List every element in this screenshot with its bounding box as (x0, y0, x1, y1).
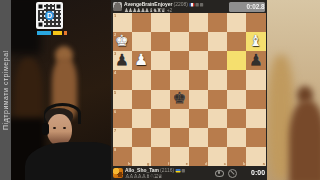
qr-finder-icon (37, 21, 44, 28)
white-bishop-a2[interactable]: ♝ (246, 32, 265, 51)
caption-orange-bar (64, 31, 67, 35)
square-f7[interactable] (151, 128, 170, 147)
file-label-c: c (224, 162, 226, 166)
square-g1[interactable] (132, 13, 151, 32)
square-b5[interactable] (227, 90, 246, 109)
square-d6[interactable] (189, 109, 208, 128)
square-g2[interactable] (132, 32, 151, 51)
france-flag-icon (190, 3, 195, 6)
rank-label-1: 1 (114, 14, 116, 18)
file-label-f: f (168, 162, 169, 166)
blurred-chess-piece-brown (289, 100, 320, 180)
player-captured-pieces: ♙♙♙♙♙♗♘♖♕ (125, 173, 162, 179)
rank-label-4: 4 (114, 71, 116, 75)
square-a6[interactable] (246, 109, 265, 128)
square-d5[interactable] (189, 90, 208, 109)
game-end-icons (215, 169, 237, 178)
eye-icon[interactable] (215, 170, 224, 177)
qr-caption-bars (37, 31, 67, 35)
file-label-d: d (205, 162, 207, 166)
qr-center-logo: D (45, 11, 54, 20)
opponent-badge-icon (196, 3, 199, 6)
square-f8[interactable]: f (151, 147, 170, 166)
square-g3[interactable]: ♟ (132, 51, 151, 70)
square-c5[interactable] (208, 90, 227, 109)
square-c7[interactable] (208, 128, 227, 147)
opponent-clock: 0:02.8 (229, 2, 265, 12)
square-f2[interactable] (151, 32, 170, 51)
square-a3[interactable]: ♟ (246, 51, 265, 70)
square-h7[interactable]: 7 (113, 128, 132, 147)
opponent-info: AvengeBrainEnjoyer(2208) ♟♟♟♟♟♟♝♞♜♛+2 (124, 1, 227, 13)
square-a2[interactable]: ♝ (246, 32, 265, 51)
square-e6[interactable] (170, 109, 189, 128)
square-b2[interactable] (227, 32, 246, 51)
square-e5[interactable]: ♚ (170, 90, 189, 109)
caption-blue-bar (37, 31, 51, 35)
player-badge-icon (182, 169, 185, 172)
opponent-rating: (2208) (174, 1, 188, 7)
headphones-earcup-icon (42, 123, 49, 135)
square-d2[interactable] (189, 32, 208, 51)
square-f3[interactable] (151, 51, 170, 70)
square-e8[interactable]: e (170, 147, 189, 166)
white-king-h2[interactable]: ♚ (113, 32, 132, 51)
caption-yellow-bar (53, 31, 62, 35)
streamer-eye (53, 127, 56, 129)
opponent-badge-icon (200, 3, 203, 6)
square-a5[interactable] (246, 90, 265, 109)
black-king-e5[interactable]: ♚ (170, 90, 189, 109)
square-a7[interactable] (246, 128, 265, 147)
opponent-captured-pieces: ♟♟♟♟♟♟♝♞♜♛ (124, 6, 165, 12)
square-c8[interactable]: c (208, 147, 227, 166)
square-a8[interactable]: a (246, 147, 265, 166)
opponent-clock-time: 0:02.8 (246, 3, 265, 10)
square-g5[interactable] (132, 90, 151, 109)
square-b7[interactable] (227, 128, 246, 147)
player-clock-time: 0:00 (251, 169, 265, 177)
player-bar: Allo_Sho_Tam(2116) ♙♙♙♙♙♗♘♖♕ 0:00 (111, 166, 267, 180)
square-h8[interactable]: 8h (113, 147, 132, 166)
square-b6[interactable] (227, 109, 246, 128)
player-rating: (2116) (160, 167, 174, 173)
square-h2[interactable]: 2♚ (113, 32, 132, 51)
square-d7[interactable] (189, 128, 208, 147)
streamer-eye (63, 127, 66, 129)
player-info: Allo_Sho_Tam(2116) ♙♙♙♙♙♗♘♖♕ (125, 167, 213, 179)
square-c4[interactable] (208, 70, 227, 89)
square-e3[interactable] (170, 51, 189, 70)
file-label-h: h (128, 162, 130, 166)
square-d3[interactable] (189, 51, 208, 70)
square-h4[interactable]: 4 (113, 70, 132, 89)
square-e2[interactable] (170, 32, 189, 51)
square-h5[interactable]: 5 (113, 90, 132, 109)
square-b8[interactable]: b (227, 147, 246, 166)
stream-frame: Підтримати стрімера! D (0, 0, 320, 180)
square-d1[interactable] (189, 13, 208, 32)
square-a4[interactable] (246, 70, 265, 89)
right-background (267, 0, 320, 180)
streamer-shirt (25, 142, 112, 180)
rank-label-6: 6 (114, 110, 116, 114)
chess-board[interactable]: 12♚♝3♟♟♟45♚678hgfedcba (113, 13, 266, 166)
square-h6[interactable]: 6 (113, 109, 132, 128)
square-f1[interactable] (151, 13, 170, 32)
square-c3[interactable] (208, 51, 227, 70)
square-f4[interactable] (151, 70, 170, 89)
square-g4[interactable] (132, 70, 151, 89)
square-c1[interactable] (208, 13, 227, 32)
square-b3[interactable] (227, 51, 246, 70)
qr-finder-icon (37, 3, 44, 10)
square-a1[interactable] (246, 13, 265, 32)
ukraine-flag-icon (176, 169, 181, 172)
square-h1[interactable]: 1 (113, 13, 132, 32)
square-h3[interactable]: 3♟ (113, 51, 132, 70)
square-f5[interactable] (151, 90, 170, 109)
square-c2[interactable] (208, 32, 227, 51)
material-advantage: +2 (167, 7, 173, 13)
file-label-e: e (186, 162, 188, 166)
square-e4[interactable] (170, 70, 189, 89)
rank-label-8: 8 (114, 148, 116, 152)
opponent-avatar[interactable] (113, 2, 122, 11)
square-e7[interactable] (170, 128, 189, 147)
donate-strip: Підтримати стрімера! (0, 0, 11, 180)
file-label-g: g (147, 162, 149, 166)
square-g7[interactable] (132, 128, 151, 147)
square-g6[interactable] (132, 109, 151, 128)
square-c6[interactable] (208, 109, 227, 128)
opponent-name[interactable]: AvengeBrainEnjoyer (124, 1, 173, 7)
square-f6[interactable] (151, 109, 170, 128)
rank-label-5: 5 (114, 91, 116, 95)
square-d8[interactable]: d (189, 147, 208, 166)
file-label-b: b (243, 162, 245, 166)
square-b4[interactable] (227, 70, 246, 89)
qr-finder-icon (55, 3, 62, 10)
square-b1[interactable] (227, 13, 246, 32)
circle-slash-icon[interactable] (228, 169, 237, 178)
black-pawn-h3[interactable]: ♟ (113, 51, 132, 70)
player-avatar[interactable] (113, 168, 123, 178)
blurred-chess-piece-dark (15, 58, 42, 120)
support-streamer-text: Підтримати стрімера! (2, 50, 9, 130)
square-e1[interactable] (170, 13, 189, 32)
left-background: D (11, 0, 112, 180)
donation-qr-code: D (36, 2, 63, 29)
black-pawn-a3[interactable]: ♟ (246, 51, 265, 70)
square-g8[interactable]: g (132, 147, 151, 166)
square-d4[interactable] (189, 70, 208, 89)
file-label-a: a (262, 162, 264, 166)
opponent-bar: AvengeBrainEnjoyer(2208) ♟♟♟♟♟♟♝♞♜♛+2 0:… (111, 0, 267, 13)
chess-app-panel: AvengeBrainEnjoyer(2208) ♟♟♟♟♟♟♝♞♜♛+2 0:… (111, 0, 267, 180)
rank-label-7: 7 (114, 129, 116, 133)
white-pawn-g3[interactable]: ♟ (132, 51, 151, 70)
